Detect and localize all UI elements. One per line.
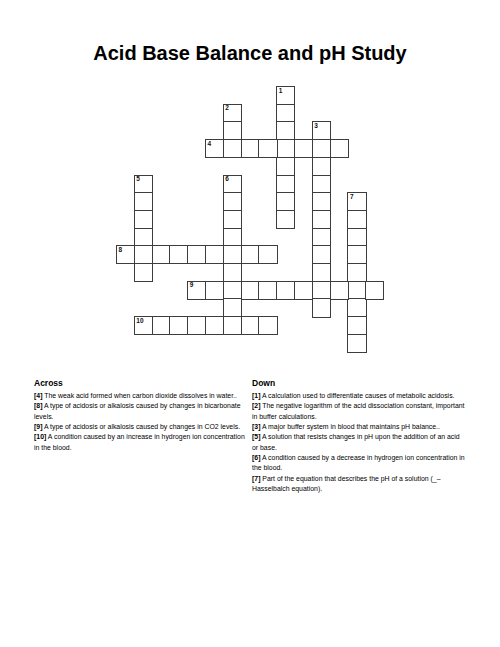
grid-cell[interactable] (312, 281, 331, 300)
clue-number: [6] (252, 454, 260, 461)
grid-cell[interactable] (223, 263, 242, 282)
grid-cell[interactable] (187, 245, 206, 264)
clue-across-4: [4] The weak acid formed when carbon dio… (34, 391, 246, 401)
grid-cell[interactable]: 4 (205, 139, 224, 158)
grid-cell[interactable] (134, 192, 153, 211)
grid-cell[interactable] (223, 316, 242, 335)
grid-cell[interactable] (347, 263, 366, 282)
grid-cell[interactable] (347, 298, 366, 317)
grid-cell[interactable] (276, 210, 295, 229)
clue-text: A calculation used to differentiate caus… (262, 392, 455, 399)
grid-cell[interactable] (312, 245, 331, 264)
grid-cell[interactable] (312, 139, 331, 158)
grid-cell[interactable] (347, 281, 366, 300)
clue-down-7: [7] Part of the equation that describes … (252, 474, 467, 495)
cell-number: 10 (136, 318, 143, 325)
clue-text: A condition caused by a decrease in hydr… (252, 454, 465, 471)
clue-text: A solution that resists changes in pH up… (252, 433, 460, 450)
puzzle-title: Acid Base Balance and pH Study (0, 43, 500, 63)
clue-text: A type of acidosis or alkalosis caused b… (44, 423, 240, 430)
clue-down-1: [1] A calculation used to differentiate … (252, 391, 467, 401)
grid-cell[interactable] (223, 298, 242, 317)
clue-text: Part of the equation that describes the … (252, 475, 440, 492)
grid-cell[interactable]: 5 (134, 175, 153, 194)
grid-cell[interactable] (347, 210, 366, 229)
crossword-grid: 12345678910 (116, 86, 385, 353)
clue-down-5: [5] A solution that resists changes in p… (252, 432, 467, 453)
grid-cell[interactable] (205, 245, 224, 264)
grid-cell[interactable] (312, 210, 331, 229)
clue-number: [10] (34, 433, 46, 440)
grid-cell[interactable] (276, 104, 295, 123)
down-clues-column: Down [1] A calculation used to different… (252, 379, 467, 494)
grid-cell[interactable] (312, 192, 331, 211)
grid-cell[interactable] (347, 245, 366, 264)
clue-number: [2] (252, 402, 260, 409)
clue-across-10: [10] A condition caused by an increase i… (34, 432, 246, 453)
cell-number: 3 (314, 123, 318, 130)
grid-cell[interactable] (276, 175, 295, 194)
across-clues-column: Across [4] The weak acid formed when car… (34, 379, 246, 453)
grid-cell[interactable] (258, 316, 277, 335)
grid-cell[interactable] (258, 281, 277, 300)
grid-cell[interactable]: 9 (187, 281, 206, 300)
clue-number: [9] (34, 423, 42, 430)
clue-text: A condition caused by an increase in hyd… (34, 433, 245, 450)
grid-cell[interactable] (134, 245, 153, 264)
grid-cell[interactable]: 7 (347, 192, 366, 211)
grid-cell[interactable]: 2 (223, 104, 242, 123)
clue-across-8: [8] A type of acidosis or alkalosis caus… (34, 401, 246, 422)
cell-number: 4 (208, 141, 212, 148)
grid-cell[interactable] (312, 175, 331, 194)
grid-cell[interactable] (241, 139, 260, 158)
grid-cell[interactable] (312, 298, 331, 317)
cell-number: 5 (136, 176, 140, 183)
cell-number: 8 (119, 247, 123, 254)
grid-cell[interactable] (152, 316, 171, 335)
clue-number: [7] (252, 475, 260, 482)
clue-number: [4] (34, 392, 42, 399)
clue-text: The negative logarithm of the acid disso… (252, 402, 464, 419)
grid-cell[interactable] (312, 157, 331, 176)
grid-cell[interactable] (223, 281, 242, 300)
clue-across-9: [9] A type of acidosis or alkalosis caus… (34, 422, 246, 432)
grid-cell[interactable] (223, 121, 242, 140)
grid-cell[interactable] (347, 316, 366, 335)
grid-cell[interactable] (241, 281, 260, 300)
grid-cell[interactable] (223, 228, 242, 247)
grid-cell[interactable] (347, 334, 366, 353)
grid-cell[interactable] (223, 245, 242, 264)
grid-cell[interactable] (276, 139, 295, 158)
grid-cell[interactable] (134, 210, 153, 229)
cell-number: 1 (279, 88, 283, 95)
worksheet-page: Acid Base Balance and pH Study 123456789… (0, 0, 500, 647)
clue-number: [5] (252, 433, 260, 440)
grid-cell[interactable] (223, 139, 242, 158)
grid-cell[interactable] (205, 281, 224, 300)
across-heading: Across (34, 379, 246, 388)
cell-number: 9 (190, 282, 194, 289)
clue-text: A major buffer system in blood that main… (262, 423, 440, 430)
grid-cell[interactable] (241, 245, 260, 264)
grid-cell[interactable] (294, 281, 313, 300)
grid-cell[interactable] (187, 316, 206, 335)
grid-cell[interactable] (152, 245, 171, 264)
grid-cell[interactable] (276, 157, 295, 176)
grid-cell[interactable]: 1 (276, 86, 295, 105)
grid-cell[interactable] (223, 210, 242, 229)
grid-cell[interactable] (134, 263, 153, 282)
down-heading: Down (252, 379, 467, 388)
grid-cell[interactable] (134, 228, 153, 247)
grid-cell[interactable] (241, 316, 260, 335)
clue-down-2: [2] The negative logarithm of the acid d… (252, 401, 467, 422)
clue-text: The weak acid formed when carbon dioxide… (44, 392, 237, 399)
grid-cell[interactable] (294, 139, 313, 158)
grid-cell[interactable] (365, 281, 384, 300)
grid-cell[interactable] (258, 245, 277, 264)
clue-number: [8] (34, 402, 42, 409)
grid-cell[interactable]: 10 (134, 316, 153, 335)
grid-cell[interactable] (347, 228, 366, 247)
grid-cell[interactable] (276, 192, 295, 211)
clue-number: [1] (252, 392, 260, 399)
cell-number: 6 (225, 176, 229, 183)
grid-cell[interactable] (169, 316, 188, 335)
grid-cell[interactable] (276, 121, 295, 140)
grid-cell[interactable] (312, 228, 331, 247)
grid-cell[interactable] (169, 245, 188, 264)
grid-cell[interactable] (330, 281, 349, 300)
clue-down-3: [3] A major buffer system in blood that … (252, 422, 467, 432)
grid-cell[interactable] (205, 316, 224, 335)
clue-text: A type of acidosis or alkalosis caused b… (34, 402, 240, 419)
cell-number: 7 (350, 194, 354, 201)
clue-number: [3] (252, 423, 260, 430)
grid-cell[interactable] (258, 139, 277, 158)
grid-cell[interactable] (223, 192, 242, 211)
grid-cell[interactable] (330, 139, 349, 158)
grid-cell[interactable] (312, 263, 331, 282)
grid-cell[interactable]: 3 (312, 121, 331, 140)
grid-cell[interactable] (276, 281, 295, 300)
grid-cell[interactable]: 6 (223, 175, 242, 194)
clue-down-6: [6] A condition caused by a decrease in … (252, 453, 467, 474)
grid-cell[interactable]: 8 (116, 245, 135, 264)
cell-number: 2 (225, 105, 229, 112)
